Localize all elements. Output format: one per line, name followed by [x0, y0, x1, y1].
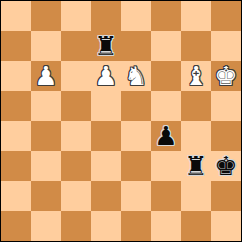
square-e1[interactable] [121, 211, 151, 241]
square-h8[interactable] [211, 1, 241, 31]
square-d7[interactable]: ♜ [91, 31, 121, 61]
square-g8[interactable] [181, 1, 211, 31]
square-c2[interactable] [61, 181, 91, 211]
square-a6[interactable] [1, 61, 31, 91]
square-e6[interactable]: ♞ [121, 61, 151, 91]
square-d4[interactable] [91, 121, 121, 151]
square-c4[interactable] [61, 121, 91, 151]
square-d6[interactable]: ♟ [91, 61, 121, 91]
white-king[interactable]: ♚ [214, 61, 237, 91]
square-a8[interactable] [1, 1, 31, 31]
square-e8[interactable] [121, 1, 151, 31]
square-g2[interactable] [181, 181, 211, 211]
chess-board: ♜♟♟♞♝♚♟♜♚ [0, 0, 242, 242]
square-c7[interactable] [61, 31, 91, 61]
square-e2[interactable] [121, 181, 151, 211]
square-b3[interactable] [31, 151, 61, 181]
square-h2[interactable] [211, 181, 241, 211]
square-c8[interactable] [61, 1, 91, 31]
square-g1[interactable] [181, 211, 211, 241]
square-f4[interactable]: ♟ [151, 121, 181, 151]
square-a2[interactable] [1, 181, 31, 211]
square-f3[interactable] [151, 151, 181, 181]
black-rook[interactable]: ♜ [94, 31, 117, 61]
square-f7[interactable] [151, 31, 181, 61]
square-b5[interactable] [31, 91, 61, 121]
black-king[interactable]: ♚ [214, 151, 237, 181]
square-g6[interactable]: ♝ [181, 61, 211, 91]
square-h5[interactable] [211, 91, 241, 121]
square-e7[interactable] [121, 31, 151, 61]
square-d2[interactable] [91, 181, 121, 211]
white-pawn[interactable]: ♟ [34, 61, 57, 91]
square-d8[interactable] [91, 1, 121, 31]
square-b4[interactable] [31, 121, 61, 151]
square-d5[interactable] [91, 91, 121, 121]
square-c3[interactable] [61, 151, 91, 181]
square-a3[interactable] [1, 151, 31, 181]
square-e4[interactable] [121, 121, 151, 151]
square-b1[interactable] [31, 211, 61, 241]
square-e3[interactable] [121, 151, 151, 181]
square-a7[interactable] [1, 31, 31, 61]
white-bishop[interactable]: ♝ [184, 61, 207, 91]
square-c5[interactable] [61, 91, 91, 121]
square-h1[interactable] [211, 211, 241, 241]
square-a4[interactable] [1, 121, 31, 151]
white-pawn[interactable]: ♟ [94, 61, 117, 91]
square-f6[interactable] [151, 61, 181, 91]
black-pawn[interactable]: ♟ [154, 121, 177, 151]
square-h7[interactable] [211, 31, 241, 61]
square-g7[interactable] [181, 31, 211, 61]
square-b2[interactable] [31, 181, 61, 211]
square-g5[interactable] [181, 91, 211, 121]
square-a1[interactable] [1, 211, 31, 241]
square-d3[interactable] [91, 151, 121, 181]
square-h3[interactable]: ♚ [211, 151, 241, 181]
square-f5[interactable] [151, 91, 181, 121]
square-f2[interactable] [151, 181, 181, 211]
square-c1[interactable] [61, 211, 91, 241]
square-c6[interactable] [61, 61, 91, 91]
square-g3[interactable]: ♜ [181, 151, 211, 181]
square-f1[interactable] [151, 211, 181, 241]
square-b8[interactable] [31, 1, 61, 31]
square-g4[interactable] [181, 121, 211, 151]
square-a5[interactable] [1, 91, 31, 121]
square-h4[interactable] [211, 121, 241, 151]
square-e5[interactable] [121, 91, 151, 121]
square-b6[interactable]: ♟ [31, 61, 61, 91]
square-h6[interactable]: ♚ [211, 61, 241, 91]
square-f8[interactable] [151, 1, 181, 31]
white-knight[interactable]: ♞ [124, 61, 147, 91]
black-rook[interactable]: ♜ [184, 151, 207, 181]
square-b7[interactable] [31, 31, 61, 61]
square-d1[interactable] [91, 211, 121, 241]
